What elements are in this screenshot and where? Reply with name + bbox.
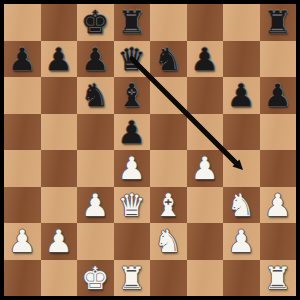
square-e5[interactable] bbox=[150, 114, 187, 151]
square-f3[interactable] bbox=[187, 187, 224, 224]
square-h3[interactable]: ♟ bbox=[260, 187, 297, 224]
square-b3[interactable] bbox=[41, 187, 78, 224]
piece-white-rook[interactable]: ♜ bbox=[260, 260, 297, 297]
square-h8[interactable]: ♜ bbox=[260, 4, 297, 41]
square-e2[interactable]: ♞ bbox=[150, 223, 187, 260]
square-a2[interactable]: ♟ bbox=[4, 223, 41, 260]
square-g1[interactable] bbox=[223, 260, 260, 297]
square-b7[interactable]: ♟ bbox=[41, 41, 78, 78]
square-d8[interactable]: ♜ bbox=[114, 4, 151, 41]
piece-black-knight[interactable]: ♞ bbox=[77, 77, 114, 114]
piece-white-pawn[interactable]: ♟ bbox=[77, 187, 114, 224]
piece-black-rook[interactable]: ♜ bbox=[260, 4, 297, 41]
square-g3[interactable]: ♞ bbox=[223, 187, 260, 224]
piece-white-queen[interactable]: ♛ bbox=[114, 187, 151, 224]
square-d3[interactable]: ♛ bbox=[114, 187, 151, 224]
piece-white-pawn[interactable]: ♟ bbox=[4, 223, 41, 260]
square-f4[interactable]: ♟ bbox=[187, 150, 224, 187]
piece-white-pawn[interactable]: ♟ bbox=[114, 150, 151, 187]
piece-white-bishop[interactable]: ♝ bbox=[150, 187, 187, 224]
piece-black-pawn[interactable]: ♟ bbox=[4, 41, 41, 78]
square-c7[interactable]: ♟ bbox=[77, 41, 114, 78]
square-c5[interactable] bbox=[77, 114, 114, 151]
square-f2[interactable] bbox=[187, 223, 224, 260]
piece-black-pawn[interactable]: ♟ bbox=[77, 41, 114, 78]
square-e8[interactable] bbox=[150, 4, 187, 41]
square-c4[interactable] bbox=[77, 150, 114, 187]
square-b2[interactable]: ♟ bbox=[41, 223, 78, 260]
square-c3[interactable]: ♟ bbox=[77, 187, 114, 224]
piece-black-rook[interactable]: ♜ bbox=[114, 4, 151, 41]
piece-white-knight[interactable]: ♞ bbox=[223, 187, 260, 224]
piece-black-bishop[interactable]: ♝ bbox=[114, 77, 151, 114]
square-h4[interactable] bbox=[260, 150, 297, 187]
square-b8[interactable] bbox=[41, 4, 78, 41]
square-h2[interactable] bbox=[260, 223, 297, 260]
square-b4[interactable] bbox=[41, 150, 78, 187]
square-b6[interactable] bbox=[41, 77, 78, 114]
square-b5[interactable] bbox=[41, 114, 78, 151]
square-c2[interactable] bbox=[77, 223, 114, 260]
square-e6[interactable] bbox=[150, 77, 187, 114]
square-h1[interactable]: ♜ bbox=[260, 260, 297, 297]
square-c8[interactable]: ♚ bbox=[77, 4, 114, 41]
square-e3[interactable]: ♝ bbox=[150, 187, 187, 224]
square-a6[interactable] bbox=[4, 77, 41, 114]
piece-white-pawn[interactable]: ♟ bbox=[187, 150, 224, 187]
piece-white-king[interactable]: ♚ bbox=[77, 260, 114, 297]
square-d6[interactable]: ♝ bbox=[114, 77, 151, 114]
square-d2[interactable] bbox=[114, 223, 151, 260]
square-f6[interactable] bbox=[187, 77, 224, 114]
square-d1[interactable]: ♜ bbox=[114, 260, 151, 297]
piece-black-pawn[interactable]: ♟ bbox=[223, 77, 260, 114]
square-a7[interactable]: ♟ bbox=[4, 41, 41, 78]
square-a1[interactable] bbox=[4, 260, 41, 297]
square-h5[interactable] bbox=[260, 114, 297, 151]
square-b1[interactable] bbox=[41, 260, 78, 297]
square-g8[interactable] bbox=[223, 4, 260, 41]
square-f7[interactable]: ♟ bbox=[187, 41, 224, 78]
square-f5[interactable] bbox=[187, 114, 224, 151]
piece-white-rook[interactable]: ♜ bbox=[114, 260, 151, 297]
square-d7[interactable]: ♛ bbox=[114, 41, 151, 78]
square-g5[interactable] bbox=[223, 114, 260, 151]
chess-board[interactable]: ♚♜♜♟♟♟♛♞♟♞♝♟♟♟♟♟♟♛♝♞♟♟♟♞♟♚♜♜ bbox=[4, 4, 296, 296]
square-e7[interactable]: ♞ bbox=[150, 41, 187, 78]
square-g2[interactable]: ♟ bbox=[223, 223, 260, 260]
square-g7[interactable] bbox=[223, 41, 260, 78]
chess-board-frame: ♚♜♜♟♟♟♛♞♟♞♝♟♟♟♟♟♟♛♝♞♟♟♟♞♟♚♜♜ bbox=[0, 0, 300, 300]
square-a5[interactable] bbox=[4, 114, 41, 151]
square-d5[interactable]: ♟ bbox=[114, 114, 151, 151]
piece-white-pawn[interactable]: ♟ bbox=[223, 223, 260, 260]
square-a8[interactable] bbox=[4, 4, 41, 41]
square-f1[interactable] bbox=[187, 260, 224, 297]
square-g6[interactable]: ♟ bbox=[223, 77, 260, 114]
piece-white-knight[interactable]: ♞ bbox=[150, 223, 187, 260]
square-g4[interactable] bbox=[223, 150, 260, 187]
piece-black-king[interactable]: ♚ bbox=[77, 4, 114, 41]
square-h6[interactable]: ♟ bbox=[260, 77, 297, 114]
square-e1[interactable] bbox=[150, 260, 187, 297]
piece-black-pawn[interactable]: ♟ bbox=[41, 41, 78, 78]
piece-black-pawn[interactable]: ♟ bbox=[187, 41, 224, 78]
square-a3[interactable] bbox=[4, 187, 41, 224]
square-d4[interactable]: ♟ bbox=[114, 150, 151, 187]
square-h7[interactable] bbox=[260, 41, 297, 78]
piece-black-queen[interactable]: ♛ bbox=[114, 41, 151, 78]
piece-black-pawn[interactable]: ♟ bbox=[114, 114, 151, 151]
piece-white-pawn[interactable]: ♟ bbox=[260, 187, 297, 224]
piece-white-pawn[interactable]: ♟ bbox=[41, 223, 78, 260]
piece-black-knight[interactable]: ♞ bbox=[150, 41, 187, 78]
square-c6[interactable]: ♞ bbox=[77, 77, 114, 114]
square-a4[interactable] bbox=[4, 150, 41, 187]
square-e4[interactable] bbox=[150, 150, 187, 187]
piece-black-pawn[interactable]: ♟ bbox=[260, 77, 297, 114]
square-f8[interactable] bbox=[187, 4, 224, 41]
square-c1[interactable]: ♚ bbox=[77, 260, 114, 297]
